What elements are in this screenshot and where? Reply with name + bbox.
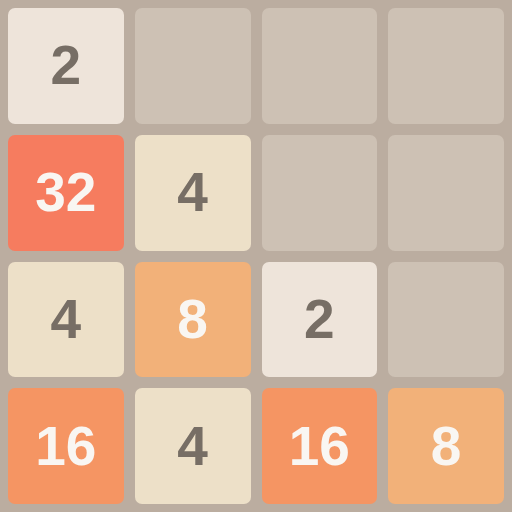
tile-4: 4 xyxy=(135,388,251,504)
tile-2: 2 xyxy=(262,262,378,378)
empty-cell xyxy=(388,135,504,251)
empty-cell xyxy=(135,8,251,124)
empty-cell xyxy=(388,262,504,378)
tile-8: 8 xyxy=(388,388,504,504)
board-grid[interactable]: 2324482164168 xyxy=(0,0,512,512)
empty-cell xyxy=(388,8,504,124)
tile-8: 8 xyxy=(135,262,251,378)
tile-16: 16 xyxy=(262,388,378,504)
empty-cell xyxy=(262,135,378,251)
tile-2: 2 xyxy=(8,8,124,124)
empty-cell xyxy=(262,8,378,124)
tile-16: 16 xyxy=(8,388,124,504)
tile-4: 4 xyxy=(135,135,251,251)
tile-4: 4 xyxy=(8,262,124,378)
tile-32: 32 xyxy=(8,135,124,251)
